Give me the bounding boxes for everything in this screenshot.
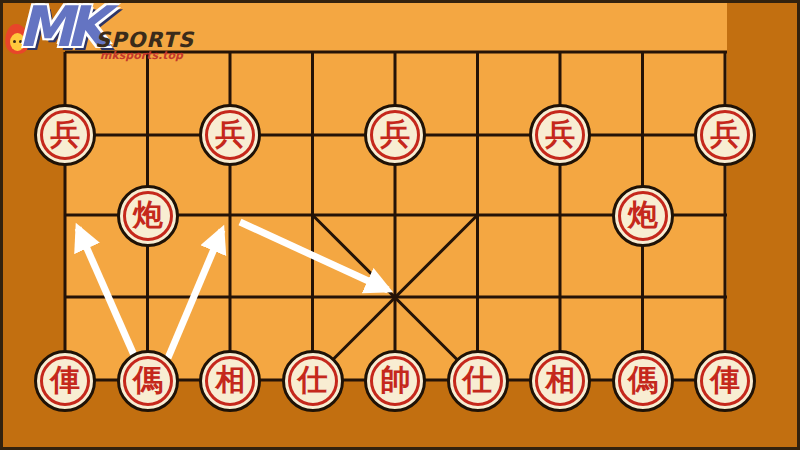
piece-red-horse[interactable]: 傌 bbox=[612, 350, 674, 412]
xiangqi-board: 俥傌相仕帥仕相傌俥炮炮兵兵兵兵兵 bbox=[24, 95, 767, 422]
piece-character: 傌 bbox=[628, 365, 658, 395]
piece-red-soldier[interactable]: 兵 bbox=[529, 104, 591, 166]
piece-character: 仕 bbox=[298, 365, 328, 395]
piece-character: 炮 bbox=[628, 200, 658, 230]
piece-ring: 傌 bbox=[618, 356, 668, 406]
piece-ring: 帥 bbox=[370, 356, 420, 406]
piece-ring: 兵 bbox=[370, 110, 420, 160]
piece-character: 相 bbox=[215, 365, 245, 395]
piece-ring: 炮 bbox=[618, 191, 668, 241]
piece-ring: 相 bbox=[205, 356, 255, 406]
piece-character: 兵 bbox=[215, 119, 245, 149]
piece-ring: 兵 bbox=[205, 110, 255, 160]
piece-character: 俥 bbox=[710, 365, 740, 395]
logo-mk-text: MK bbox=[18, 0, 101, 59]
piece-ring: 傌 bbox=[123, 356, 173, 406]
piece-character: 兵 bbox=[545, 119, 575, 149]
piece-ring: 兵 bbox=[700, 110, 750, 160]
logo-url-text: mksports.top bbox=[100, 49, 183, 62]
piece-character: 相 bbox=[545, 365, 575, 395]
piece-red-chariot[interactable]: 俥 bbox=[694, 350, 756, 412]
piece-red-soldier[interactable]: 兵 bbox=[34, 104, 96, 166]
piece-character: 俥 bbox=[50, 365, 80, 395]
piece-red-soldier[interactable]: 兵 bbox=[199, 104, 261, 166]
piece-character: 帥 bbox=[380, 365, 410, 395]
piece-ring: 兵 bbox=[40, 110, 90, 160]
piece-ring: 炮 bbox=[123, 191, 173, 241]
piece-ring: 相 bbox=[535, 356, 585, 406]
piece-red-horse[interactable]: 傌 bbox=[117, 350, 179, 412]
piece-character: 兵 bbox=[710, 119, 740, 149]
mksports-logo: MK SPORTS mksports.top bbox=[0, 0, 210, 70]
piece-character: 傌 bbox=[133, 365, 163, 395]
piece-red-elephant[interactable]: 相 bbox=[529, 350, 591, 412]
piece-ring: 仕 bbox=[288, 356, 338, 406]
piece-character: 兵 bbox=[380, 119, 410, 149]
piece-red-chariot[interactable]: 俥 bbox=[34, 350, 96, 412]
piece-red-cannon[interactable]: 炮 bbox=[612, 185, 674, 247]
piece-ring: 仕 bbox=[453, 356, 503, 406]
piece-character: 兵 bbox=[50, 119, 80, 149]
piece-red-elephant[interactable]: 相 bbox=[199, 350, 261, 412]
piece-red-general[interactable]: 帥 bbox=[364, 350, 426, 412]
xiangqi-diagram: 俥傌相仕帥仕相傌俥炮炮兵兵兵兵兵 MK SPORTS mksports.top bbox=[0, 0, 800, 450]
piece-red-cannon[interactable]: 炮 bbox=[117, 185, 179, 247]
piece-ring: 俥 bbox=[40, 356, 90, 406]
piece-red-advisor[interactable]: 仕 bbox=[282, 350, 344, 412]
piece-red-soldier[interactable]: 兵 bbox=[364, 104, 426, 166]
piece-character: 仕 bbox=[463, 365, 493, 395]
piece-red-soldier[interactable]: 兵 bbox=[694, 104, 756, 166]
piece-red-advisor[interactable]: 仕 bbox=[447, 350, 509, 412]
piece-ring: 兵 bbox=[535, 110, 585, 160]
piece-character: 炮 bbox=[133, 200, 163, 230]
piece-ring: 俥 bbox=[700, 356, 750, 406]
